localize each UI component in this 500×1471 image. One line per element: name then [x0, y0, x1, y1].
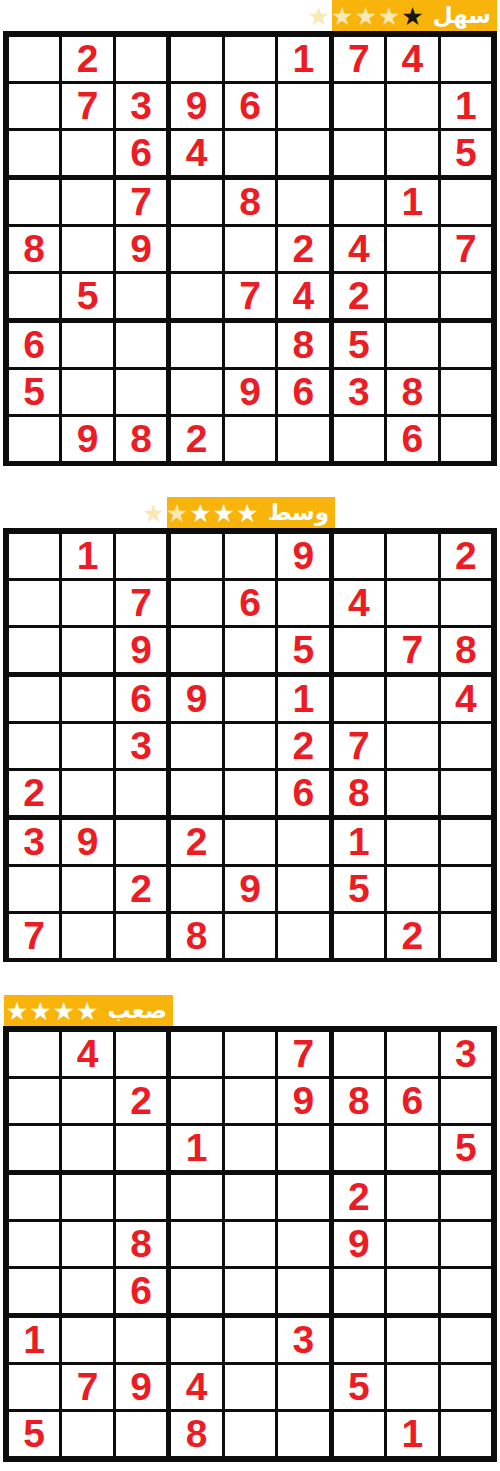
sudoku-box: 9126	[171, 677, 328, 815]
sudoku-cell[interactable]	[116, 914, 166, 958]
sudoku-cell[interactable]: 5	[278, 628, 328, 672]
sudoku-cell[interactable]	[334, 1318, 384, 1362]
sudoku-cell[interactable]	[171, 534, 221, 578]
sudoku-cell[interactable]	[171, 274, 221, 318]
sudoku-cell[interactable]: 2	[278, 227, 328, 271]
sudoku-cell[interactable]	[441, 1222, 491, 1266]
sudoku-cell[interactable]	[225, 628, 275, 672]
sudoku-cell[interactable]	[9, 677, 59, 721]
sudoku-cell[interactable]: 4	[171, 1365, 221, 1409]
sudoku-cell[interactable]	[334, 1269, 384, 1313]
sudoku-cell[interactable]: 4	[334, 581, 384, 625]
sudoku-cell[interactable]: 2	[334, 1175, 384, 1219]
sudoku-cell[interactable]: 6	[116, 131, 166, 175]
sudoku-cell[interactable]	[62, 1318, 112, 1362]
sudoku-cell[interactable]: 7	[441, 227, 491, 271]
sudoku-cell[interactable]	[441, 1079, 491, 1123]
sudoku-box: 1472	[334, 180, 491, 318]
star-icon: ★	[6, 997, 28, 1025]
sudoku-cell[interactable]: 9	[225, 867, 275, 911]
sudoku-cell[interactable]: 6	[225, 581, 275, 625]
sudoku-cell[interactable]: 1	[387, 1412, 437, 1456]
difficulty-banner-easy: ★★★★★ سهل	[332, 0, 497, 31]
difficulty-label: سهل	[433, 0, 491, 31]
sudoku-cell[interactable]	[62, 677, 112, 721]
sudoku-cell[interactable]: 1	[278, 677, 328, 721]
sudoku-cell[interactable]	[387, 534, 437, 578]
sudoku-cell[interactable]: 8	[171, 1412, 221, 1456]
sudoku-cell[interactable]: 2	[171, 417, 221, 461]
sudoku-cell[interactable]: 9	[171, 84, 221, 128]
sudoku-cell[interactable]	[225, 1365, 275, 1409]
sudoku-cell[interactable]	[225, 820, 275, 864]
sudoku-cell[interactable]	[116, 1126, 166, 1170]
sudoku-cell[interactable]	[225, 131, 275, 175]
sudoku-cell[interactable]: 8	[9, 227, 59, 271]
sudoku-cell[interactable]	[9, 1175, 59, 1219]
sudoku-cell[interactable]	[441, 37, 491, 81]
sudoku-cell[interactable]: 5	[9, 1412, 59, 1456]
sudoku-cell[interactable]	[116, 370, 166, 414]
sudoku-cell[interactable]	[62, 914, 112, 958]
sudoku-cell[interactable]: 4	[334, 227, 384, 271]
sudoku-cell[interactable]	[225, 677, 275, 721]
sudoku-cell[interactable]	[116, 771, 166, 815]
sudoku-cell[interactable]	[9, 581, 59, 625]
sudoku-cell[interactable]	[441, 323, 491, 367]
sudoku-cell[interactable]	[225, 1032, 275, 1076]
sudoku-cell[interactable]	[62, 1222, 112, 1266]
sudoku-cell[interactable]	[278, 1126, 328, 1170]
sudoku-cell[interactable]	[387, 820, 437, 864]
difficulty-label: صعب	[107, 995, 167, 1026]
sudoku-cell[interactable]	[334, 914, 384, 958]
sudoku-cell[interactable]: 5	[334, 323, 384, 367]
sudoku-cell[interactable]	[387, 1365, 437, 1409]
star-icon: ★	[401, 2, 423, 30]
sudoku-cell[interactable]	[171, 1175, 221, 1219]
sudoku-cell[interactable]: 6	[387, 1079, 437, 1123]
sudoku-cell[interactable]	[441, 820, 491, 864]
sudoku-cell[interactable]	[9, 37, 59, 81]
sudoku-cell[interactable]: 9	[278, 1079, 328, 1123]
sudoku-cell[interactable]	[441, 180, 491, 224]
sudoku-cell[interactable]	[171, 370, 221, 414]
sudoku-cell[interactable]	[387, 581, 437, 625]
sudoku-cell[interactable]: 8	[334, 1079, 384, 1123]
star-icon: ★	[236, 499, 258, 527]
sudoku-cell[interactable]	[334, 628, 384, 672]
sudoku-cell[interactable]: 2	[334, 274, 384, 318]
sudoku-cell[interactable]: 6	[278, 370, 328, 414]
sudoku-cell[interactable]	[116, 323, 166, 367]
sudoku-cell[interactable]	[116, 1318, 166, 1362]
sudoku-cell[interactable]	[387, 771, 437, 815]
sudoku-cell[interactable]: 9	[334, 1222, 384, 1266]
sudoku-cell[interactable]: 1	[9, 1318, 59, 1362]
sudoku-cell[interactable]	[387, 1126, 437, 1170]
sudoku-cell[interactable]	[225, 323, 275, 367]
sudoku-cell[interactable]: 3	[278, 1318, 328, 1362]
sudoku-cell[interactable]	[116, 1032, 166, 1076]
sudoku-cell[interactable]: 1	[62, 534, 112, 578]
sudoku-cell[interactable]	[62, 1079, 112, 1123]
sudoku-cell[interactable]	[171, 867, 221, 911]
sudoku-cell[interactable]	[9, 1126, 59, 1170]
sudoku-board-easy: 273619647415789582741472659889625386	[3, 31, 497, 466]
sudoku-cell[interactable]	[225, 1269, 275, 1313]
sudoku-cell[interactable]: 6	[116, 677, 166, 721]
sudoku-cell[interactable]: 7	[225, 274, 275, 318]
sudoku-cell[interactable]	[441, 914, 491, 958]
sudoku-cell[interactable]	[225, 1318, 275, 1362]
sudoku-box: 51	[334, 1318, 491, 1456]
star-icon: ★	[0, 997, 5, 1025]
sudoku-cell[interactable]	[9, 534, 59, 578]
sudoku-cell[interactable]	[225, 1126, 275, 1170]
sudoku-cell[interactable]	[62, 724, 112, 768]
sudoku-cell[interactable]	[171, 1079, 221, 1123]
sudoku-cell[interactable]	[387, 274, 437, 318]
sudoku-cell[interactable]: 8	[278, 323, 328, 367]
sudoku-cell[interactable]	[225, 771, 275, 815]
sudoku-cell[interactable]	[62, 370, 112, 414]
difficulty-banner-medium: ★★★★★ وسط	[167, 497, 335, 528]
sudoku-cell[interactable]: 1	[278, 37, 328, 81]
sudoku-box: 348	[171, 1318, 328, 1456]
sudoku-cell[interactable]	[171, 1222, 221, 1266]
sudoku-cell[interactable]	[387, 1175, 437, 1219]
sudoku-cell[interactable]	[171, 1032, 221, 1076]
sudoku-cell[interactable]	[278, 581, 328, 625]
sudoku-cell[interactable]	[9, 84, 59, 128]
star-icon: ★	[29, 997, 51, 1025]
sudoku-cell[interactable]: 8	[225, 180, 275, 224]
sudoku-box: 8274	[171, 180, 328, 318]
sudoku-cell[interactable]	[278, 1269, 328, 1313]
sudoku-cell[interactable]	[441, 1365, 491, 1409]
star-icon: ★	[76, 997, 98, 1025]
sudoku-cell[interactable]: 2	[171, 820, 221, 864]
sudoku-cell[interactable]	[9, 1079, 59, 1123]
sudoku-cell[interactable]	[387, 1032, 437, 1076]
sudoku-cell[interactable]	[278, 417, 328, 461]
sudoku-cell[interactable]: 8	[171, 914, 221, 958]
sudoku-cell[interactable]: 7	[116, 180, 166, 224]
sudoku-cell[interactable]: 1	[441, 84, 491, 128]
sudoku-cell[interactable]	[171, 771, 221, 815]
sudoku-cell[interactable]	[334, 1126, 384, 1170]
sudoku-cell[interactable]	[441, 417, 491, 461]
sudoku-cell[interactable]: 6	[387, 417, 437, 461]
sudoku-cell[interactable]: 3	[334, 370, 384, 414]
sudoku-cell[interactable]	[387, 867, 437, 911]
sudoku-cell[interactable]: 7	[62, 1365, 112, 1409]
sudoku-cell[interactable]	[62, 628, 112, 672]
sudoku-cell[interactable]	[387, 323, 437, 367]
sudoku-cell[interactable]: 5	[334, 1365, 384, 1409]
sudoku-cell[interactable]: 8	[116, 1222, 166, 1266]
sudoku-cell[interactable]: 9	[116, 1365, 166, 1409]
sudoku-cell[interactable]: 4	[278, 274, 328, 318]
sudoku-cell[interactable]	[171, 1269, 221, 1313]
sudoku-cell[interactable]	[441, 771, 491, 815]
sudoku-box: 478	[334, 677, 491, 815]
sudoku-cell[interactable]	[278, 867, 328, 911]
sudoku-cell[interactable]	[334, 180, 384, 224]
sudoku-cell[interactable]	[225, 534, 275, 578]
difficulty-stars: ★★★★★	[0, 997, 98, 1025]
sudoku-cell[interactable]	[116, 274, 166, 318]
sudoku-cell[interactable]	[225, 724, 275, 768]
sudoku-cell[interactable]: 8	[441, 628, 491, 672]
sudoku-cell[interactable]	[387, 1269, 437, 1313]
sudoku-cell[interactable]	[9, 1269, 59, 1313]
star-icon: ★	[53, 997, 75, 1025]
sudoku-cell[interactable]	[9, 274, 59, 318]
star-icon: ★	[354, 2, 376, 30]
sudoku-cell[interactable]: 1	[387, 180, 437, 224]
sudoku-cell[interactable]	[225, 1175, 275, 1219]
sudoku-cell[interactable]: 7	[62, 84, 112, 128]
sudoku-cell[interactable]	[278, 820, 328, 864]
sudoku-cell[interactable]: 3	[9, 820, 59, 864]
sudoku-cell[interactable]	[9, 417, 59, 461]
sudoku-cell[interactable]: 7	[9, 914, 59, 958]
sudoku-cell[interactable]	[62, 180, 112, 224]
sudoku-cell[interactable]	[225, 227, 275, 271]
sudoku-cell[interactable]: 3	[116, 724, 166, 768]
difficulty-stars: ★★★★★	[142, 499, 258, 527]
star-icon: ★	[213, 499, 235, 527]
sudoku-cell[interactable]	[387, 227, 437, 271]
sudoku-cell[interactable]	[387, 84, 437, 128]
sudoku-cell[interactable]: 2	[116, 1079, 166, 1123]
difficulty-stars: ★★★★★	[308, 2, 424, 30]
sudoku-cell[interactable]: 4	[62, 1032, 112, 1076]
sudoku-cell[interactable]	[278, 131, 328, 175]
sudoku-cell[interactable]: 3	[441, 1032, 491, 1076]
sudoku-cell[interactable]	[387, 724, 437, 768]
sudoku-cell[interactable]	[9, 1222, 59, 1266]
sudoku-cell[interactable]	[62, 227, 112, 271]
sudoku-cell[interactable]	[62, 323, 112, 367]
sudoku-cell[interactable]	[62, 581, 112, 625]
sudoku-cell[interactable]: 3	[116, 84, 166, 128]
sudoku-cell[interactable]	[62, 1269, 112, 1313]
sudoku-cell[interactable]: 6	[9, 323, 59, 367]
sudoku-cell[interactable]: 9	[278, 534, 328, 578]
sudoku-cell[interactable]	[225, 1222, 275, 1266]
star-icon: ★	[331, 2, 353, 30]
sudoku-cell[interactable]	[334, 677, 384, 721]
sudoku-cell[interactable]	[441, 867, 491, 911]
sudoku-box: 632	[9, 677, 166, 815]
sudoku-cell[interactable]	[171, 628, 221, 672]
sudoku-box: 298	[171, 820, 328, 958]
star-icon: ★	[166, 499, 188, 527]
sudoku-box: 42	[9, 1032, 166, 1170]
star-icon: ★	[142, 499, 164, 527]
sudoku-box: 2736	[9, 37, 166, 175]
sudoku-box: 152	[334, 820, 491, 958]
star-icon: ★	[189, 499, 211, 527]
sudoku-box: 3927	[9, 820, 166, 958]
sudoku-cell[interactable]	[9, 1365, 59, 1409]
sudoku-cell[interactable]: 9	[62, 417, 112, 461]
sudoku-cell[interactable]	[225, 914, 275, 958]
sudoku-cell[interactable]	[441, 370, 491, 414]
sudoku-box: 86	[9, 1175, 166, 1313]
sudoku-cell[interactable]: 7	[278, 1032, 328, 1076]
sudoku-cell[interactable]: 2	[62, 37, 112, 81]
sudoku-cell[interactable]: 5	[9, 370, 59, 414]
sudoku-cell[interactable]: 8	[116, 417, 166, 461]
sudoku-cell[interactable]	[116, 1412, 166, 1456]
sudoku-cell[interactable]	[278, 1412, 328, 1456]
sudoku-cell[interactable]	[334, 84, 384, 128]
sudoku-cell[interactable]	[9, 724, 59, 768]
sudoku-cell[interactable]	[9, 628, 59, 672]
sudoku-cell[interactable]: 5	[441, 1126, 491, 1170]
sudoku-cell[interactable]	[116, 534, 166, 578]
sudoku-cell[interactable]: 9	[62, 820, 112, 864]
sudoku-box: 2478	[334, 534, 491, 672]
sudoku-cell[interactable]	[116, 1175, 166, 1219]
sudoku-board-medium: 179965247863291264783927298152	[3, 528, 497, 962]
sudoku-cell[interactable]	[387, 131, 437, 175]
sudoku-cell[interactable]: 7	[387, 628, 437, 672]
sudoku-cell[interactable]	[62, 1126, 112, 1170]
difficulty-label: وسط	[267, 497, 329, 528]
sudoku-cell[interactable]: 6	[116, 1269, 166, 1313]
sudoku-cell[interactable]: 6	[225, 84, 275, 128]
sudoku-cell[interactable]	[9, 131, 59, 175]
sudoku-cell[interactable]	[62, 867, 112, 911]
sudoku-cell[interactable]	[225, 1412, 275, 1456]
sudoku-cell[interactable]	[116, 37, 166, 81]
sudoku-box: 29	[334, 1175, 491, 1313]
sudoku-cell[interactable]: 7	[334, 37, 384, 81]
sudoku-cell[interactable]: 2	[387, 914, 437, 958]
sudoku-cell[interactable]	[387, 1222, 437, 1266]
sudoku-cell[interactable]: 4	[171, 131, 221, 175]
sudoku-cell[interactable]	[334, 1412, 384, 1456]
sudoku-cell[interactable]	[171, 180, 221, 224]
sudoku-cell[interactable]: 6	[278, 771, 328, 815]
sudoku-cell[interactable]	[225, 37, 275, 81]
sudoku-cell[interactable]: 7	[334, 724, 384, 768]
sudoku-cell[interactable]	[441, 1269, 491, 1313]
sudoku-cell[interactable]	[441, 1412, 491, 1456]
sudoku-cell[interactable]	[334, 417, 384, 461]
sudoku-cell[interactable]: 9	[171, 677, 221, 721]
sudoku-cell[interactable]	[9, 180, 59, 224]
sudoku-cell[interactable]	[278, 180, 328, 224]
sudoku-cell[interactable]: 7	[116, 581, 166, 625]
sudoku-board-hard: 4279138658629179534851	[3, 1026, 497, 1462]
sudoku-cell[interactable]: 8	[387, 370, 437, 414]
sudoku-cell[interactable]	[171, 37, 221, 81]
sudoku-box: 1964	[171, 37, 328, 175]
sudoku-page: ★★★★★ سهل 273619647415789582741472659889…	[0, 0, 500, 1471]
sudoku-cell[interactable]	[9, 867, 59, 911]
sudoku-cell[interactable]	[225, 1079, 275, 1123]
sudoku-cell[interactable]	[62, 771, 112, 815]
star-icon: ★	[308, 2, 330, 30]
sudoku-cell[interactable]: 4	[387, 37, 437, 81]
sudoku-box: 1795	[9, 1318, 166, 1456]
sudoku-cell[interactable]: 2	[278, 724, 328, 768]
sudoku-box: 6598	[9, 323, 166, 461]
sudoku-cell[interactable]: 4	[441, 677, 491, 721]
sudoku-cell[interactable]	[171, 724, 221, 768]
sudoku-cell[interactable]	[116, 820, 166, 864]
sudoku-cell[interactable]: 2	[441, 534, 491, 578]
sudoku-cell[interactable]	[278, 914, 328, 958]
sudoku-cell[interactable]	[387, 1318, 437, 1362]
sudoku-cell[interactable]: 2	[9, 771, 59, 815]
sudoku-cell[interactable]: 5	[62, 274, 112, 318]
sudoku-box: 7415	[334, 37, 491, 175]
sudoku-cell[interactable]: 1	[171, 1126, 221, 1170]
sudoku-cell[interactable]: 5	[441, 131, 491, 175]
sudoku-cell[interactable]	[387, 677, 437, 721]
sudoku-cell[interactable]	[334, 131, 384, 175]
sudoku-cell[interactable]	[171, 581, 221, 625]
sudoku-box: 7895	[9, 180, 166, 318]
sudoku-cell[interactable]: 1	[334, 820, 384, 864]
sudoku-box: 3865	[334, 1032, 491, 1170]
sudoku-cell[interactable]	[62, 1412, 112, 1456]
sudoku-box: 5386	[334, 323, 491, 461]
sudoku-cell[interactable]	[441, 1318, 491, 1362]
sudoku-box	[171, 1175, 328, 1313]
star-icon: ★	[378, 2, 400, 30]
sudoku-cell[interactable]	[62, 1175, 112, 1219]
sudoku-box: 179	[9, 534, 166, 672]
sudoku-cell[interactable]	[171, 323, 221, 367]
difficulty-banner-hard: ★★★★★ صعب	[4, 995, 173, 1026]
sudoku-cell[interactable]	[334, 1032, 384, 1076]
sudoku-cell[interactable]	[441, 274, 491, 318]
sudoku-cell[interactable]	[278, 1175, 328, 1219]
sudoku-cell[interactable]: 5	[334, 867, 384, 911]
sudoku-cell[interactable]: 2	[116, 867, 166, 911]
sudoku-cell[interactable]	[9, 1032, 59, 1076]
sudoku-cell[interactable]	[278, 1365, 328, 1409]
sudoku-cell[interactable]	[225, 417, 275, 461]
sudoku-cell[interactable]	[278, 84, 328, 128]
sudoku-cell[interactable]	[171, 1318, 221, 1362]
sudoku-box: 791	[171, 1032, 328, 1170]
sudoku-cell[interactable]	[278, 1222, 328, 1266]
sudoku-cell[interactable]: 8	[334, 771, 384, 815]
sudoku-cell[interactable]	[441, 581, 491, 625]
sudoku-cell[interactable]: 9	[225, 370, 275, 414]
sudoku-cell[interactable]: 9	[116, 227, 166, 271]
sudoku-cell[interactable]: 9	[116, 628, 166, 672]
sudoku-cell[interactable]	[171, 227, 221, 271]
sudoku-box: 965	[171, 534, 328, 672]
sudoku-cell[interactable]	[62, 131, 112, 175]
sudoku-cell[interactable]	[334, 534, 384, 578]
sudoku-box: 8962	[171, 323, 328, 461]
sudoku-cell[interactable]	[441, 724, 491, 768]
sudoku-cell[interactable]	[441, 1175, 491, 1219]
